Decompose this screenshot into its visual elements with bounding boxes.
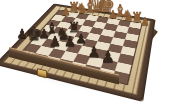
chess-piece-black-pawn-g2: ♟ <box>101 49 115 65</box>
pieces-layer: ♟♜♞♝♛♚♟♝♞♜♟♚♟♟♝♜♞♟♟♟♟♟ <box>0 0 175 105</box>
chess-piece-black-pawn-d3: ♟ <box>64 34 77 48</box>
chess-piece-black-pawn-c3: ♟ <box>49 34 62 48</box>
chess-piece-black-pawn-f2: ♟ <box>87 45 100 60</box>
chess-set-photo: ♟♜♞♝♛♚♟♝♞♜♟♚♟♟♝♜♞♟♟♟♟♟ <box>0 0 175 105</box>
chess-piece-white-pawn-e7: ♟ <box>108 9 118 20</box>
chess-piece-white-pawn-a7: ♟ <box>61 6 71 17</box>
chess-piece-white-pawn-h7: ♟ <box>140 16 150 27</box>
chess-piece-black-king-b5: ♚ <box>25 24 42 43</box>
chess-piece-black-pawn-e3: ♟ <box>75 32 87 45</box>
